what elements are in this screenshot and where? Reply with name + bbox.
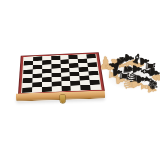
product-photo-chess-set: ♟♞♟♝♟♟♜♟♛♟♝♟♞♟♞♟♝♟♜♟♝♟♞♟♜♛♟♝♚ <box>0 0 160 160</box>
pieces-pile: ♟♞♟♝♟♟♜♟♛♟♝♟♞♟♞♟♝♟♜♟♝♟♞♟♜♛♟♝♚ <box>0 0 160 160</box>
